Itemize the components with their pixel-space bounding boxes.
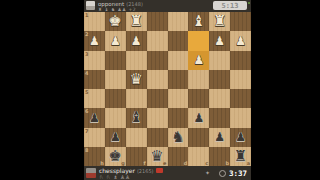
piece-wP[interactable]: ♟ (131, 35, 142, 47)
piece-wP[interactable]: ♟ (214, 35, 225, 47)
square-e4[interactable] (147, 70, 168, 89)
square-c6[interactable]: ♟ (188, 108, 209, 127)
flag-icon (156, 168, 163, 173)
square-h4[interactable]: 4 (84, 70, 105, 89)
rank-label: 5 (85, 89, 88, 95)
piece-bQ[interactable]: ♛ (150, 149, 163, 164)
square-b3[interactable] (209, 51, 230, 70)
rank-label: 6 (85, 108, 88, 114)
piece-bB[interactable]: ♝ (129, 110, 142, 125)
square-b2[interactable]: ♟ (209, 31, 230, 50)
square-g4[interactable] (105, 70, 126, 89)
square-h5[interactable]: 5 (84, 89, 105, 108)
top-player-avatar[interactable] (86, 1, 95, 10)
square-e6[interactable] (147, 108, 168, 127)
rank-label: 2 (85, 31, 88, 37)
square-a1[interactable] (230, 12, 251, 31)
rank-label: 3 (85, 51, 88, 57)
square-d1[interactable] (168, 12, 189, 31)
rank-label: 4 (85, 70, 88, 76)
piece-bR[interactable]: ♜ (234, 149, 247, 164)
refresh-icon[interactable] (219, 170, 226, 177)
piece-bP[interactable]: ♟ (235, 131, 246, 143)
square-c4[interactable] (188, 70, 209, 89)
square-e1[interactable] (147, 12, 168, 31)
square-f1[interactable]: ♜ (126, 12, 147, 31)
piece-wB[interactable]: ♝ (192, 14, 205, 29)
square-d5[interactable] (168, 89, 189, 108)
square-d7[interactable]: ♞ (168, 128, 189, 147)
rank-label: 8 (85, 147, 88, 153)
top-player-bar: opponent (2148) ♜ ♝ ♞ ♟♟ +2 5:13 (84, 0, 251, 12)
square-g6[interactable] (105, 108, 126, 127)
square-c3[interactable]: ♟ (188, 51, 209, 70)
square-h2[interactable]: 2♟ (84, 31, 105, 50)
square-a5[interactable] (230, 89, 251, 108)
square-d4[interactable] (168, 70, 189, 89)
square-a8[interactable]: a♜ (230, 147, 251, 166)
square-g5[interactable] (105, 89, 126, 108)
square-f2[interactable]: ♟ (126, 31, 147, 50)
square-f8[interactable]: f (126, 147, 147, 166)
connection-status-icon (248, 2, 250, 4)
square-a4[interactable] (230, 70, 251, 89)
piece-bP[interactable]: ♟ (110, 131, 121, 143)
square-c5[interactable] (188, 89, 209, 108)
rank-label: 7 (85, 128, 88, 134)
square-g3[interactable] (105, 51, 126, 70)
bottom-player-captured-pieces: ♘ ♘ ♗ ♙♙ (99, 174, 130, 180)
piece-wK[interactable]: ♚ (109, 14, 122, 29)
square-b1[interactable]: ♜ (209, 12, 230, 31)
bottom-player-rating: (2165) (137, 168, 154, 174)
piece-bN[interactable]: ♞ (171, 130, 184, 145)
square-c8[interactable]: c (188, 147, 209, 166)
square-h3[interactable]: 3 (84, 51, 105, 70)
square-e2[interactable] (147, 31, 168, 50)
square-b6[interactable] (209, 108, 230, 127)
piece-bP[interactable]: ♟ (214, 131, 225, 143)
square-b5[interactable] (209, 89, 230, 108)
bottom-player-bar: chessplayer (2165) ♘ ♘ ♗ ♙♙ ✦ 3:37 (84, 166, 251, 180)
piece-bK[interactable]: ♚ (109, 149, 122, 164)
square-f5[interactable] (126, 89, 147, 108)
square-h6[interactable]: 6♟ (84, 108, 105, 127)
square-a6[interactable] (230, 108, 251, 127)
rank-label: 1 (85, 12, 88, 18)
piece-wQ[interactable]: ♛ (129, 72, 142, 87)
square-f4[interactable]: ♛ (126, 70, 147, 89)
piece-wP[interactable]: ♟ (89, 35, 100, 47)
square-c2[interactable] (188, 31, 209, 50)
square-e5[interactable] (147, 89, 168, 108)
board: 1♚♜♝♜2♟♟♟♟♟3♟4♛56♟♝♟7♟♞♟♟8hg♚fe♛dcba♜ (84, 12, 251, 166)
square-b4[interactable] (209, 70, 230, 89)
square-f3[interactable] (126, 51, 147, 70)
piece-wP[interactable]: ♟ (110, 35, 121, 47)
star-icon[interactable]: ✦ (205, 169, 210, 176)
square-e3[interactable] (147, 51, 168, 70)
square-c1[interactable]: ♝ (188, 12, 209, 31)
bottom-player-clock: 3:37 (229, 169, 247, 178)
square-h8[interactable]: 8h (84, 147, 105, 166)
square-h7[interactable]: 7 (84, 128, 105, 147)
square-e8[interactable]: e♛ (147, 147, 168, 166)
piece-wP[interactable]: ♟ (235, 35, 246, 47)
piece-bP[interactable]: ♟ (193, 112, 204, 124)
square-d6[interactable] (168, 108, 189, 127)
square-d2[interactable] (168, 31, 189, 50)
square-f6[interactable]: ♝ (126, 108, 147, 127)
square-g8[interactable]: g♚ (105, 147, 126, 166)
square-h1[interactable]: 1 (84, 12, 105, 31)
square-e7[interactable] (147, 128, 168, 147)
top-player-clock: 5:13 (213, 1, 247, 10)
square-g7[interactable]: ♟ (105, 128, 126, 147)
square-g1[interactable]: ♚ (105, 12, 126, 31)
square-b8[interactable]: b (209, 147, 230, 166)
phone-screen: opponent (2148) ♜ ♝ ♞ ♟♟ +2 5:13 1♚♜♝♜2♟… (84, 0, 251, 180)
square-a7[interactable]: ♟ (230, 128, 251, 147)
piece-bP[interactable]: ♟ (89, 112, 100, 124)
square-a3[interactable] (230, 51, 251, 70)
square-d8[interactable]: d (168, 147, 189, 166)
piece-wP[interactable]: ♟ (193, 54, 204, 66)
bottom-player-avatar[interactable] (86, 168, 96, 178)
bottom-player-name: chessplayer (99, 167, 135, 174)
piece-wR[interactable]: ♜ (213, 14, 226, 29)
square-f7[interactable] (126, 128, 147, 147)
square-b7[interactable]: ♟ (209, 128, 230, 147)
square-c7[interactable] (188, 128, 209, 147)
square-g2[interactable]: ♟ (105, 31, 126, 50)
square-d3[interactable] (168, 51, 189, 70)
square-a2[interactable]: ♟ (230, 31, 251, 50)
piece-wR[interactable]: ♜ (129, 14, 142, 29)
